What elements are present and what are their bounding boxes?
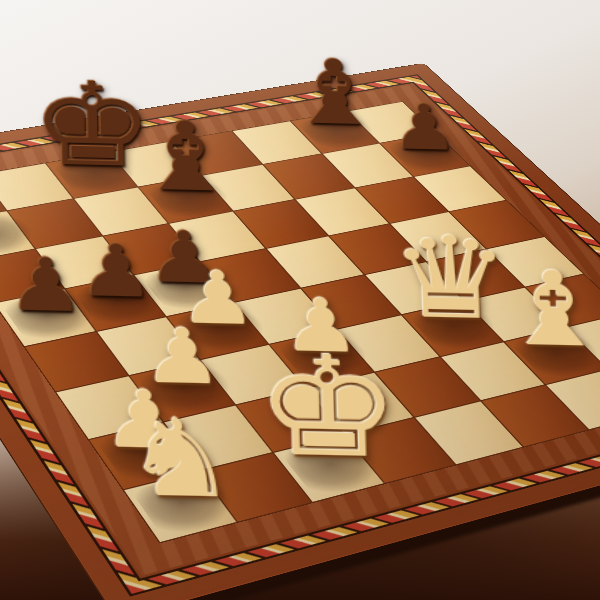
black-bishop-glyph: ♝ xyxy=(285,48,383,139)
white-bishop-glyph: ♝ xyxy=(497,257,600,362)
white-king-glyph: ♚ xyxy=(253,336,402,477)
black-pawn-glyph: ♟ xyxy=(0,170,25,241)
chess-product-photo: ♚♝♝♟♟♟♟♟♚♛♝♞♟♟♟♟ xyxy=(0,0,600,600)
black-pawn-glyph: ♟ xyxy=(6,248,84,323)
chess-board: ♚♝♝♟♟♟♟♟♚♛♝♞♟♟♟♟ xyxy=(0,64,600,600)
black-bishop-glyph: ♝ xyxy=(133,109,236,206)
white-queen-glyph: ♛ xyxy=(388,220,511,336)
white-knight-glyph: ♞ xyxy=(122,403,237,513)
scene: ♚♝♝♟♟♟♟♟♚♛♝♞♟♟♟♟ xyxy=(0,0,600,600)
black-pawn-glyph: ♟ xyxy=(77,234,154,308)
black-pawn-glyph: ♟ xyxy=(389,95,458,159)
